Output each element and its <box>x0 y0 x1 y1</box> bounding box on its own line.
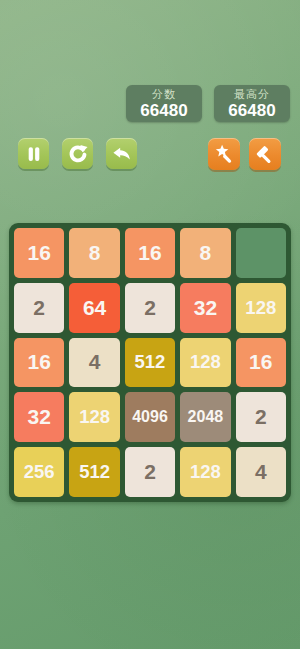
tile-4: 4 <box>69 338 119 388</box>
best-score-label: 最高分 <box>234 88 270 101</box>
tile-128: 128 <box>69 392 119 442</box>
hammer-icon <box>254 143 277 166</box>
tile-2048: 2048 <box>180 392 230 442</box>
pause-icon <box>23 143 45 165</box>
tile-16: 16 <box>14 338 64 388</box>
tile-4: 4 <box>236 447 286 497</box>
magic-wand-button[interactable] <box>208 138 240 170</box>
tile-8: 8 <box>180 228 230 278</box>
tile-32: 32 <box>180 283 230 333</box>
tile-8: 8 <box>69 228 119 278</box>
tile-128: 128 <box>180 447 230 497</box>
tile-128: 128 <box>236 283 286 333</box>
magic-wand-icon <box>213 143 236 166</box>
tile-2: 2 <box>14 283 64 333</box>
best-score-value: 66480 <box>228 101 275 120</box>
tile-4096: 4096 <box>125 392 175 442</box>
score-panel: 分数 66480 最高分 66480 <box>126 85 290 122</box>
score-label: 分数 <box>152 88 176 101</box>
score-box: 分数 66480 <box>126 85 202 122</box>
tile-2: 2 <box>125 447 175 497</box>
empty-cell <box>236 228 286 278</box>
tile-256: 256 <box>14 447 64 497</box>
best-score-box: 最高分 66480 <box>214 85 290 122</box>
undo-button[interactable] <box>106 138 137 169</box>
tile-128: 128 <box>180 338 230 388</box>
pause-button[interactable] <box>18 138 49 169</box>
tile-16: 16 <box>236 338 286 388</box>
board-grid: 1681682642321281645121281632128409620482… <box>14 228 286 497</box>
tile-2: 2 <box>125 283 175 333</box>
score-value: 66480 <box>140 101 187 120</box>
game-screen: 分数 66480 最高分 66480 <box>0 0 300 649</box>
tile-512: 512 <box>125 338 175 388</box>
tile-16: 16 <box>14 228 64 278</box>
tile-512: 512 <box>69 447 119 497</box>
tile-16: 16 <box>125 228 175 278</box>
board[interactable]: 1681682642321281645121281632128409620482… <box>9 223 291 502</box>
tile-2: 2 <box>236 392 286 442</box>
tile-32: 32 <box>14 392 64 442</box>
restart-button[interactable] <box>62 138 93 169</box>
tile-64: 64 <box>69 283 119 333</box>
undo-arrow-icon <box>111 143 133 165</box>
restart-icon <box>67 143 89 165</box>
hammer-button[interactable] <box>249 138 281 170</box>
